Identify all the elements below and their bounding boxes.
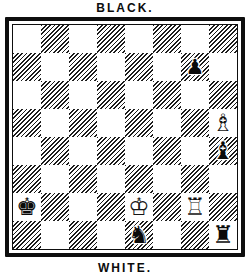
square-f1 (153, 221, 181, 249)
square-d7 (97, 53, 125, 81)
square-g3 (181, 165, 209, 193)
square-h7 (209, 53, 237, 81)
square-g8 (181, 25, 209, 53)
square-a7 (13, 53, 41, 81)
square-f6 (153, 81, 181, 109)
chess-board: ♟♗♝♚♔♖♞♜ (13, 25, 237, 249)
square-e2: ♔ (125, 193, 153, 221)
square-h8 (209, 25, 237, 53)
square-c3 (69, 165, 97, 193)
square-e7 (125, 53, 153, 81)
square-b6 (41, 81, 69, 109)
square-e1: ♞ (125, 221, 153, 249)
square-a6 (13, 81, 41, 109)
square-f3 (153, 165, 181, 193)
square-b5 (41, 109, 69, 137)
square-h4: ♝ (209, 137, 237, 165)
square-f7 (153, 53, 181, 81)
board-frame: ♟♗♝♚♔♖♞♜ (5, 17, 245, 257)
piece-black-bishop: ♝ (209, 137, 237, 165)
piece-white-bishop: ♗ (209, 109, 237, 137)
square-h1: ♜ (209, 221, 237, 249)
square-h3 (209, 165, 237, 193)
square-d6 (97, 81, 125, 109)
square-d8 (97, 25, 125, 53)
square-a3 (13, 165, 41, 193)
square-a2: ♚ (13, 193, 41, 221)
square-g4 (181, 137, 209, 165)
square-b7 (41, 53, 69, 81)
square-a4 (13, 137, 41, 165)
square-g6 (181, 81, 209, 109)
square-e5 (125, 109, 153, 137)
black-side-label: BLACK. (96, 1, 153, 16)
square-c6 (69, 81, 97, 109)
square-b8 (41, 25, 69, 53)
square-b4 (41, 137, 69, 165)
square-g1 (181, 221, 209, 249)
piece-white-rook: ♖ (181, 193, 209, 221)
square-a5 (13, 109, 41, 137)
square-a1 (13, 221, 41, 249)
piece-white-king: ♔ (125, 193, 153, 221)
square-c2 (69, 193, 97, 221)
square-b1 (41, 221, 69, 249)
square-e8 (125, 25, 153, 53)
chess-diagram-page: BLACK. ♟♗♝♚♔♖♞♜ WHITE. (0, 0, 250, 277)
square-b2 (41, 193, 69, 221)
square-c4 (69, 137, 97, 165)
square-e6 (125, 81, 153, 109)
square-d4 (97, 137, 125, 165)
square-g2: ♖ (181, 193, 209, 221)
square-e3 (125, 165, 153, 193)
piece-black-pawn: ♟ (181, 53, 209, 81)
square-e4 (125, 137, 153, 165)
square-d1 (97, 221, 125, 249)
board-inner-border: ♟♗♝♚♔♖♞♜ (12, 24, 238, 250)
square-h2 (209, 193, 237, 221)
square-h5: ♗ (209, 109, 237, 137)
square-d5 (97, 109, 125, 137)
square-c1 (69, 221, 97, 249)
square-f8 (153, 25, 181, 53)
square-f5 (153, 109, 181, 137)
square-f4 (153, 137, 181, 165)
square-f2 (153, 193, 181, 221)
square-a8 (13, 25, 41, 53)
square-d3 (97, 165, 125, 193)
piece-black-rook: ♜ (209, 221, 237, 249)
piece-black-knight: ♞ (125, 221, 153, 249)
square-c5 (69, 109, 97, 137)
square-d2 (97, 193, 125, 221)
white-side-label: WHITE. (98, 261, 152, 276)
square-g7: ♟ (181, 53, 209, 81)
square-h6 (209, 81, 237, 109)
square-b3 (41, 165, 69, 193)
square-c8 (69, 25, 97, 53)
square-g5 (181, 109, 209, 137)
piece-black-king: ♚ (13, 193, 41, 221)
square-c7 (69, 53, 97, 81)
